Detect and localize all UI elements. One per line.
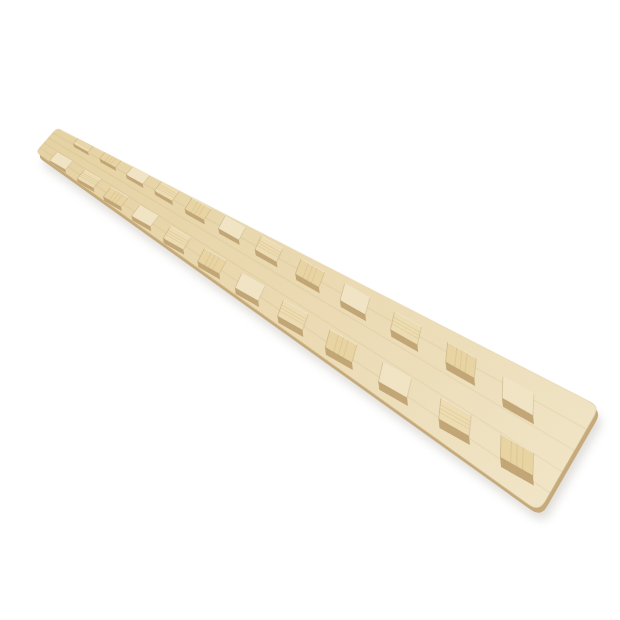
- product-photo-canvas: [0, 0, 620, 620]
- plank-grain-line: [48, 138, 574, 451]
- wooden-board-photo: [0, 0, 620, 620]
- plank-grain-line: [44, 143, 562, 472]
